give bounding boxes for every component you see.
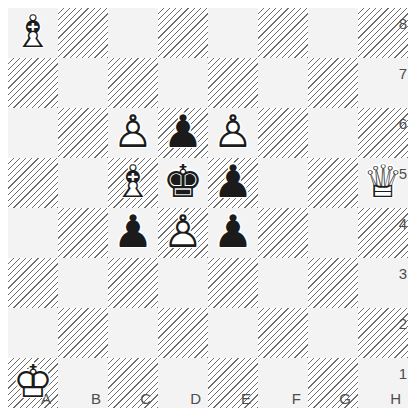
square-c2[interactable] bbox=[108, 308, 158, 358]
square-h6[interactable]: 6 bbox=[358, 108, 408, 158]
square-d7[interactable] bbox=[158, 58, 208, 108]
rank-label-8: 8 bbox=[399, 16, 407, 31]
square-e8[interactable] bbox=[208, 8, 258, 58]
square-f6[interactable] bbox=[258, 108, 308, 158]
square-a7[interactable] bbox=[8, 58, 58, 108]
square-a6[interactable] bbox=[8, 108, 58, 158]
piece-glyph: ♙ bbox=[163, 209, 203, 254]
square-f5[interactable] bbox=[258, 158, 308, 208]
square-g4[interactable] bbox=[308, 208, 358, 258]
square-f8[interactable] bbox=[258, 8, 308, 58]
piece-glyph: ♕ bbox=[363, 159, 403, 204]
square-e2[interactable] bbox=[208, 308, 258, 358]
piece-glyph: ♙ bbox=[113, 109, 153, 154]
file-label-G: G bbox=[339, 391, 351, 406]
square-h3[interactable]: 3 bbox=[358, 258, 408, 308]
file-label-F: F bbox=[292, 391, 301, 406]
square-h4[interactable]: 4 bbox=[358, 208, 408, 258]
square-d2[interactable] bbox=[158, 308, 208, 358]
piece-white-bishop-a8[interactable]: ♝♗ bbox=[8, 8, 58, 58]
square-d4[interactable]: ♟♙ bbox=[158, 208, 208, 258]
square-b7[interactable] bbox=[58, 58, 108, 108]
piece-black-king-d5[interactable]: ♚♚ bbox=[158, 158, 208, 208]
file-label-H: H bbox=[390, 391, 401, 406]
piece-white-pawn-e6[interactable]: ♟♙ bbox=[208, 108, 258, 158]
file-label-B: B bbox=[91, 391, 101, 406]
square-g6[interactable] bbox=[308, 108, 358, 158]
piece-white-king-a1[interactable]: ♚♔ bbox=[8, 358, 58, 408]
square-h5[interactable]: 5♛♕ bbox=[358, 158, 408, 208]
rank-label-7: 7 bbox=[399, 66, 407, 81]
file-label-E: E bbox=[241, 391, 251, 406]
rank-label-6: 6 bbox=[399, 116, 407, 131]
file-label-C: C bbox=[140, 391, 151, 406]
piece-white-pawn-d4[interactable]: ♟♙ bbox=[158, 208, 208, 258]
square-h2[interactable]: 2 bbox=[358, 308, 408, 358]
square-f2[interactable] bbox=[258, 308, 308, 358]
rank-label-2: 2 bbox=[399, 316, 407, 331]
square-c1[interactable]: C bbox=[108, 358, 158, 408]
rank-label-1: 1 bbox=[399, 366, 407, 381]
square-c8[interactable] bbox=[108, 8, 158, 58]
square-b3[interactable] bbox=[58, 258, 108, 308]
square-e7[interactable] bbox=[208, 58, 258, 108]
piece-glyph: ♗ bbox=[13, 9, 53, 54]
square-a5[interactable] bbox=[8, 158, 58, 208]
square-g3[interactable] bbox=[308, 258, 358, 308]
piece-glyph: ♟ bbox=[163, 109, 203, 154]
square-b1[interactable]: B bbox=[58, 358, 108, 408]
rank-label-3: 3 bbox=[399, 266, 407, 281]
piece-white-queen-h5[interactable]: ♛♕ bbox=[358, 158, 408, 208]
square-b6[interactable] bbox=[58, 108, 108, 158]
piece-white-bishop-c5[interactable]: ♝♗ bbox=[108, 158, 158, 208]
square-d5[interactable]: ♚♚ bbox=[158, 158, 208, 208]
square-c5[interactable]: ♝♗ bbox=[108, 158, 158, 208]
square-d3[interactable] bbox=[158, 258, 208, 308]
square-c7[interactable] bbox=[108, 58, 158, 108]
piece-black-pawn-e4[interactable]: ♟♟ bbox=[208, 208, 258, 258]
square-g2[interactable] bbox=[308, 308, 358, 358]
square-b5[interactable] bbox=[58, 158, 108, 208]
square-c3[interactable] bbox=[108, 258, 158, 308]
square-a3[interactable] bbox=[8, 258, 58, 308]
square-e6[interactable]: ♟♙ bbox=[208, 108, 258, 158]
piece-glyph: ♟ bbox=[213, 159, 253, 204]
square-a8[interactable]: ♝♗ bbox=[8, 8, 58, 58]
square-d1[interactable]: D bbox=[158, 358, 208, 408]
piece-glyph: ♔ bbox=[13, 359, 53, 404]
square-e4[interactable]: ♟♟ bbox=[208, 208, 258, 258]
square-a2[interactable] bbox=[8, 308, 58, 358]
square-c6[interactable]: ♟♙ bbox=[108, 108, 158, 158]
square-h8[interactable]: 8 bbox=[358, 8, 408, 58]
rank-label-4: 4 bbox=[399, 216, 407, 231]
square-e5[interactable]: ♟♟ bbox=[208, 158, 258, 208]
square-e1[interactable]: E bbox=[208, 358, 258, 408]
chess-board: ♝♗87♟♙♟♟♟♙6♝♗♚♚♟♟5♛♕♟♟♟♙♟♟432A♚♔BCDEFG1H bbox=[8, 8, 408, 408]
piece-white-pawn-c6[interactable]: ♟♙ bbox=[108, 108, 158, 158]
square-g7[interactable] bbox=[308, 58, 358, 108]
square-a1[interactable]: A♚♔ bbox=[8, 358, 58, 408]
piece-glyph: ♚ bbox=[163, 159, 203, 204]
square-d6[interactable]: ♟♟ bbox=[158, 108, 208, 158]
piece-black-pawn-d6[interactable]: ♟♟ bbox=[158, 108, 208, 158]
square-b2[interactable] bbox=[58, 308, 108, 358]
square-g5[interactable] bbox=[308, 158, 358, 208]
piece-black-pawn-e5[interactable]: ♟♟ bbox=[208, 158, 258, 208]
square-f7[interactable] bbox=[258, 58, 308, 108]
piece-black-pawn-c4[interactable]: ♟♟ bbox=[108, 208, 158, 258]
square-d8[interactable] bbox=[158, 8, 208, 58]
square-e3[interactable] bbox=[208, 258, 258, 308]
chess-diagram-page: ♝♗87♟♙♟♟♟♙6♝♗♚♚♟♟5♛♕♟♟♟♙♟♟432A♚♔BCDEFG1H bbox=[0, 0, 411, 412]
square-f4[interactable] bbox=[258, 208, 308, 258]
square-a4[interactable] bbox=[8, 208, 58, 258]
piece-glyph: ♟ bbox=[113, 209, 153, 254]
square-h7[interactable]: 7 bbox=[358, 58, 408, 108]
square-c4[interactable]: ♟♟ bbox=[108, 208, 158, 258]
file-label-D: D bbox=[190, 391, 201, 406]
piece-glyph: ♙ bbox=[213, 109, 253, 154]
square-f3[interactable] bbox=[258, 258, 308, 308]
square-f1[interactable]: F bbox=[258, 358, 308, 408]
square-b8[interactable] bbox=[58, 8, 108, 58]
square-g8[interactable] bbox=[308, 8, 358, 58]
square-g1[interactable]: G bbox=[308, 358, 358, 408]
piece-glyph: ♗ bbox=[113, 159, 153, 204]
square-h1[interactable]: 1H bbox=[358, 358, 408, 408]
square-b4[interactable] bbox=[58, 208, 108, 258]
piece-glyph: ♟ bbox=[213, 209, 253, 254]
